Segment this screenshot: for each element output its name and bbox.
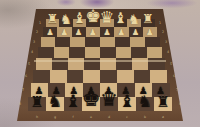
board-row [31, 83, 170, 97]
square [141, 19, 155, 27]
square [38, 47, 54, 58]
rank-label-left: 7 [22, 88, 24, 91]
rank-label-right: 8 [179, 102, 181, 105]
square [143, 27, 157, 36]
square [100, 97, 118, 112]
square [127, 19, 141, 27]
square [64, 97, 82, 112]
rank-label-right: 6 [173, 75, 175, 78]
square [70, 37, 85, 47]
square [43, 27, 57, 36]
board-row [33, 70, 167, 83]
square [69, 47, 85, 58]
square [28, 97, 46, 112]
square [100, 70, 117, 83]
square [65, 83, 82, 97]
square [100, 37, 115, 47]
square [72, 27, 86, 36]
square [46, 97, 64, 112]
square [85, 47, 101, 58]
square [83, 83, 100, 97]
chessboard-photo: 1122334455667788hgfedcba ♜♞♝♚♛♝♞♜♟♟♟♟♟♟♟… [0, 0, 200, 127]
square [54, 47, 70, 58]
square [41, 37, 56, 47]
rank-label-left: 6 [25, 75, 27, 78]
board-row [38, 47, 162, 58]
square [135, 83, 152, 97]
square [117, 83, 134, 97]
square [67, 70, 84, 83]
rank-label-right: 2 [162, 30, 164, 33]
square [118, 97, 136, 112]
square [130, 37, 145, 47]
rank-label-right: 3 [165, 40, 167, 43]
square [85, 37, 100, 47]
square [86, 19, 100, 27]
square [100, 47, 116, 58]
board-row [41, 37, 160, 47]
square [154, 97, 172, 112]
square [55, 37, 70, 47]
square [100, 27, 114, 36]
board-row [46, 19, 155, 27]
square [48, 83, 65, 97]
square [100, 83, 117, 97]
rank-label-left: 1 [39, 22, 41, 25]
rank-label-right: 4 [167, 51, 169, 54]
square [50, 70, 67, 83]
square [129, 27, 143, 36]
square [83, 70, 100, 83]
square [33, 70, 50, 83]
square [46, 19, 60, 27]
rank-label-left: 2 [36, 30, 38, 33]
square [100, 19, 114, 27]
square [117, 70, 134, 83]
square [134, 70, 151, 83]
square [57, 27, 71, 36]
rank-label-left: 4 [31, 51, 33, 54]
square [73, 19, 87, 27]
square [136, 97, 154, 112]
square [147, 47, 163, 58]
square [145, 37, 160, 47]
file-label-bottom: h [36, 115, 38, 118]
square [82, 97, 100, 112]
square [116, 47, 132, 58]
board-row [28, 97, 172, 112]
file-label-bottom: b [144, 115, 146, 118]
rank-label-right: 5 [170, 62, 172, 65]
square [31, 83, 48, 97]
rank-label-left: 3 [33, 40, 35, 43]
file-label-bottom: a [162, 115, 164, 118]
square [114, 27, 128, 36]
file-label-bottom: f [72, 115, 73, 118]
rank-label-left: 8 [19, 102, 21, 105]
file-label-bottom: c [126, 115, 128, 118]
board-fold-line [34, 60, 166, 62]
square [150, 70, 167, 83]
square [152, 83, 169, 97]
board-row [43, 27, 157, 36]
square [115, 37, 130, 47]
square [86, 27, 100, 36]
square [59, 19, 73, 27]
rank-label-right: 1 [159, 22, 161, 25]
rank-label-right: 7 [176, 88, 178, 91]
square [131, 47, 147, 58]
square [114, 19, 128, 27]
file-label-bottom: e [90, 115, 92, 118]
rank-label-left: 5 [28, 62, 30, 65]
file-label-bottom: d [108, 115, 110, 118]
file-label-bottom: g [54, 115, 56, 118]
